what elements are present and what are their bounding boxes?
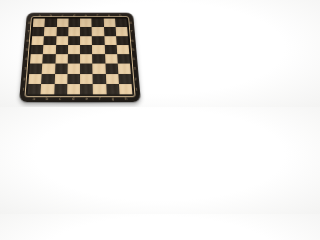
square-a5[interactable] <box>31 45 44 54</box>
square-g6[interactable] <box>104 36 116 45</box>
square-a2[interactable] <box>28 74 41 84</box>
square-g8[interactable] <box>103 19 115 28</box>
square-a3[interactable] <box>29 64 42 74</box>
square-e2[interactable] <box>80 74 93 84</box>
square-h6[interactable] <box>116 36 129 45</box>
square-f6[interactable] <box>92 36 104 45</box>
square-e5[interactable] <box>80 45 92 54</box>
square-c8[interactable] <box>56 19 68 28</box>
square-e1[interactable] <box>80 84 93 95</box>
square-d1[interactable] <box>67 84 80 95</box>
square-c2[interactable] <box>54 74 67 84</box>
square-d5[interactable] <box>68 45 80 54</box>
square-d4[interactable] <box>67 54 80 64</box>
square-c7[interactable] <box>56 27 68 36</box>
square-e3[interactable] <box>80 64 93 74</box>
chessboard: abcdefgh abcdefgh 87654321 87654321 <box>19 13 141 102</box>
square-f7[interactable] <box>92 27 104 36</box>
square-d2[interactable] <box>67 74 80 84</box>
square-h8[interactable] <box>115 19 127 28</box>
square-g4[interactable] <box>105 54 118 64</box>
square-b5[interactable] <box>43 45 56 54</box>
square-g3[interactable] <box>105 64 118 74</box>
square-d6[interactable] <box>68 36 80 45</box>
square-f5[interactable] <box>92 45 105 54</box>
square-d7[interactable] <box>68 27 80 36</box>
square-e4[interactable] <box>80 54 93 64</box>
maple-inlay-line <box>24 16 135 97</box>
square-b4[interactable] <box>42 54 55 64</box>
square-a1[interactable] <box>28 84 42 95</box>
square-f3[interactable] <box>93 64 106 74</box>
square-e7[interactable] <box>80 27 92 36</box>
square-f8[interactable] <box>92 19 104 28</box>
square-h7[interactable] <box>115 27 127 36</box>
square-f4[interactable] <box>92 54 105 64</box>
square-c6[interactable] <box>56 36 68 45</box>
board-grid <box>28 19 133 95</box>
square-a7[interactable] <box>32 27 44 36</box>
square-g2[interactable] <box>105 74 118 84</box>
square-e6[interactable] <box>80 36 92 45</box>
square-c4[interactable] <box>55 54 68 64</box>
square-g7[interactable] <box>104 27 116 36</box>
board-frame: abcdefgh abcdefgh 87654321 87654321 <box>19 13 141 102</box>
square-g1[interactable] <box>106 84 120 95</box>
square-e8[interactable] <box>80 19 92 28</box>
square-h2[interactable] <box>118 74 131 84</box>
square-b2[interactable] <box>41 74 54 84</box>
square-h3[interactable] <box>118 64 131 74</box>
square-h5[interactable] <box>116 45 129 54</box>
square-b8[interactable] <box>45 19 57 28</box>
square-f2[interactable] <box>93 74 106 84</box>
square-h4[interactable] <box>117 54 130 64</box>
square-c1[interactable] <box>54 84 67 95</box>
square-d8[interactable] <box>68 19 80 28</box>
square-c3[interactable] <box>55 64 68 74</box>
square-a6[interactable] <box>31 36 44 45</box>
square-b7[interactable] <box>44 27 56 36</box>
square-a4[interactable] <box>30 54 43 64</box>
square-c5[interactable] <box>55 45 68 54</box>
square-a8[interactable] <box>33 19 45 28</box>
square-b3[interactable] <box>42 64 55 74</box>
square-d3[interactable] <box>67 64 80 74</box>
square-f1[interactable] <box>93 84 106 95</box>
square-b1[interactable] <box>41 84 55 95</box>
chessboard-scene: abcdefgh abcdefgh 87654321 87654321 <box>19 0 141 102</box>
square-b6[interactable] <box>44 36 56 45</box>
square-h1[interactable] <box>119 84 133 95</box>
square-g5[interactable] <box>104 45 117 54</box>
